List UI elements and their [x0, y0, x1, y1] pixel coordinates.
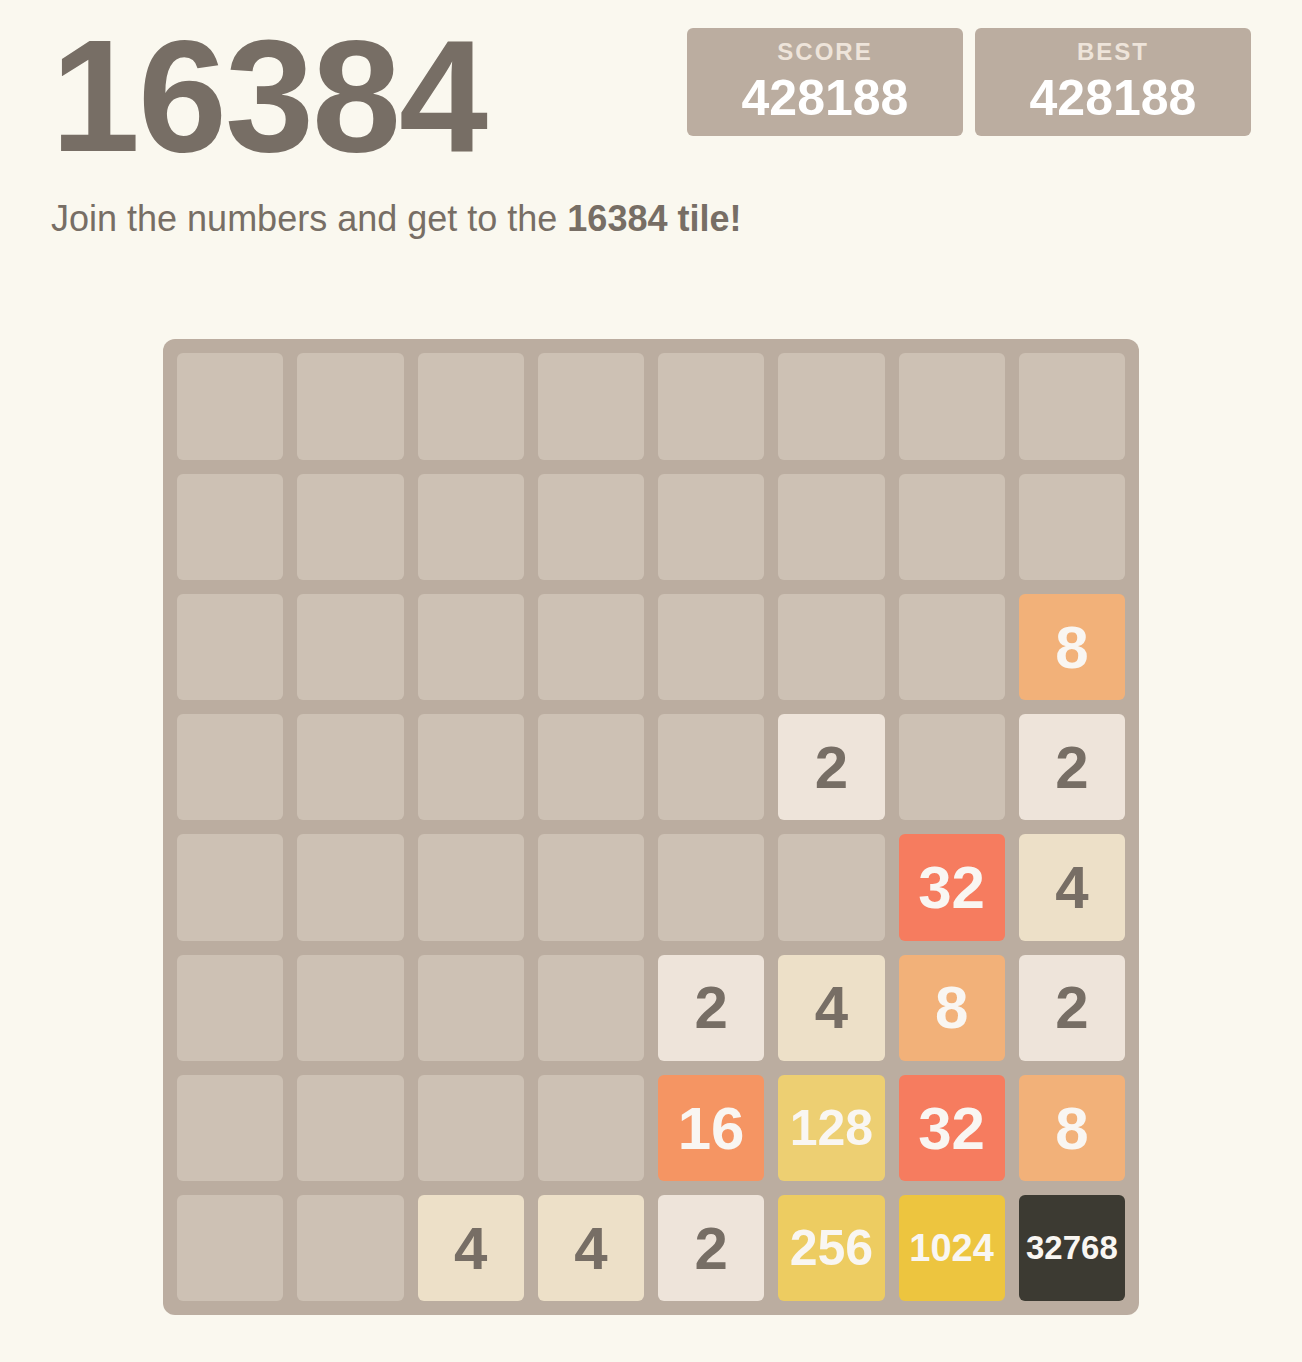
tile-128: 128 [778, 1075, 884, 1181]
empty-cell [297, 594, 403, 700]
empty-cell [177, 714, 283, 820]
subtitle-text: Join the numbers and get to the [51, 198, 567, 239]
empty-cell [778, 834, 884, 940]
tile-4: 4 [538, 1195, 644, 1301]
tile-8: 8 [1019, 594, 1125, 700]
page-container: 16384 SCORE 428188 BEST 428188 Join the … [51, 0, 1251, 1315]
empty-cell [658, 353, 764, 459]
empty-cell [418, 1075, 524, 1181]
empty-cell [899, 594, 1005, 700]
score-value: 428188 [742, 69, 909, 127]
empty-cell [177, 834, 283, 940]
tile-16: 16 [658, 1075, 764, 1181]
empty-cell [177, 474, 283, 580]
empty-cell [418, 834, 524, 940]
tile-32: 32 [899, 834, 1005, 940]
empty-cell [177, 1075, 283, 1181]
tile-1024: 1024 [899, 1195, 1005, 1301]
tile-4: 4 [778, 955, 884, 1061]
tile-2: 2 [778, 714, 884, 820]
score-box: SCORE 428188 [687, 28, 963, 136]
empty-cell [899, 353, 1005, 459]
tile-4: 4 [418, 1195, 524, 1301]
empty-cell [538, 474, 644, 580]
empty-cell [658, 594, 764, 700]
empty-cell [658, 834, 764, 940]
empty-cell [297, 714, 403, 820]
tile-32: 32 [899, 1075, 1005, 1181]
header: 16384 SCORE 428188 BEST 428188 [51, 0, 1251, 176]
tile-2: 2 [658, 955, 764, 1061]
empty-cell [418, 714, 524, 820]
empty-cell [297, 474, 403, 580]
empty-cell [899, 714, 1005, 820]
best-score-box: BEST 428188 [975, 28, 1251, 136]
empty-cell [297, 353, 403, 459]
tile-2: 2 [658, 1195, 764, 1301]
empty-cell [658, 714, 764, 820]
score-panel: SCORE 428188 BEST 428188 [687, 28, 1251, 136]
subtitle-goal: 16384 tile! [567, 198, 741, 239]
best-value: 428188 [1030, 69, 1197, 127]
empty-cell [297, 1075, 403, 1181]
empty-cell [177, 1195, 283, 1301]
score-label: SCORE [777, 38, 872, 66]
empty-cell [297, 834, 403, 940]
board: 822324248216128328442256102432768 [163, 339, 1139, 1315]
empty-cell [538, 353, 644, 459]
empty-cell [418, 594, 524, 700]
empty-cell [418, 474, 524, 580]
tile-256: 256 [778, 1195, 884, 1301]
tile-4: 4 [1019, 834, 1125, 940]
tile-8: 8 [1019, 1075, 1125, 1181]
best-label: BEST [1077, 38, 1149, 66]
empty-cell [538, 594, 644, 700]
empty-cell [177, 353, 283, 459]
empty-cell [778, 474, 884, 580]
empty-cell [899, 474, 1005, 580]
empty-cell [418, 955, 524, 1061]
empty-cell [778, 353, 884, 459]
empty-cell [177, 955, 283, 1061]
empty-cell [418, 353, 524, 459]
empty-cell [297, 1195, 403, 1301]
tile-2: 2 [1019, 955, 1125, 1061]
tile-2: 2 [1019, 714, 1125, 820]
empty-cell [538, 955, 644, 1061]
empty-cell [538, 834, 644, 940]
game-title: 16384 [51, 16, 486, 176]
empty-cell [538, 714, 644, 820]
empty-cell [177, 594, 283, 700]
empty-cell [538, 1075, 644, 1181]
empty-cell [778, 594, 884, 700]
empty-cell [297, 955, 403, 1061]
tile-8: 8 [899, 955, 1005, 1061]
empty-cell [1019, 474, 1125, 580]
tile-32768: 32768 [1019, 1195, 1125, 1301]
empty-cell [1019, 353, 1125, 459]
empty-cell [658, 474, 764, 580]
subtitle: Join the numbers and get to the 16384 ti… [51, 198, 1251, 239]
